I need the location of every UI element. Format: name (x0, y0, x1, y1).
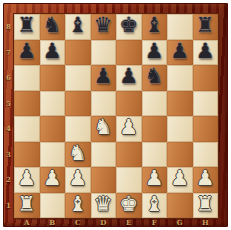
square-c3[interactable]: ♞ (65, 142, 91, 168)
piece-black-rook: ♜ (17, 15, 36, 36)
square-b8[interactable]: ♞ (40, 14, 66, 40)
square-f8[interactable]: ♝ (142, 14, 168, 40)
piece-white-pawn: ♟ (170, 168, 189, 189)
square-e8[interactable]: ♚ (116, 14, 142, 40)
piece-black-queen: ♛ (94, 15, 113, 36)
square-d3[interactable] (91, 142, 117, 168)
square-d8[interactable]: ♛ (91, 14, 117, 40)
file-label-f: F (142, 218, 168, 227)
square-h3[interactable] (193, 142, 219, 168)
square-c8[interactable]: ♝ (65, 14, 91, 40)
rank-label-6: 6 (3, 65, 14, 91)
square-b2[interactable]: ♟ (40, 167, 66, 193)
square-g8[interactable] (167, 14, 193, 40)
square-h1[interactable]: ♜ (193, 193, 219, 219)
rank-label-2: 2 (3, 167, 14, 193)
square-f6[interactable]: ♞ (142, 65, 168, 91)
square-d1[interactable]: ♛ (91, 193, 117, 219)
piece-white-rook: ♜ (196, 194, 215, 215)
rank-label-5: 5 (3, 91, 14, 117)
piece-white-bishop: ♝ (145, 194, 164, 215)
rank-label-8: 8 (3, 14, 14, 40)
square-f2[interactable]: ♟ (142, 167, 168, 193)
square-g4[interactable] (167, 116, 193, 142)
piece-black-king: ♚ (119, 15, 138, 36)
square-e7[interactable] (116, 40, 142, 66)
square-b6[interactable] (40, 65, 66, 91)
square-h5[interactable] (193, 91, 219, 117)
square-g2[interactable]: ♟ (167, 167, 193, 193)
piece-white-pawn: ♟ (43, 168, 62, 189)
square-h4[interactable] (193, 116, 219, 142)
square-c6[interactable] (65, 65, 91, 91)
square-c7[interactable] (65, 40, 91, 66)
piece-black-bishop: ♝ (68, 15, 87, 36)
square-a3[interactable] (14, 142, 40, 168)
piece-black-knight: ♞ (43, 15, 62, 36)
piece-white-rook: ♜ (17, 194, 36, 215)
rank-label-1: 1 (3, 193, 14, 219)
piece-white-pawn: ♟ (17, 168, 36, 189)
square-g1[interactable] (167, 193, 193, 219)
piece-black-pawn: ♟ (43, 41, 62, 62)
square-a2[interactable]: ♟ (14, 167, 40, 193)
square-g5[interactable] (167, 91, 193, 117)
piece-white-pawn: ♟ (196, 168, 215, 189)
square-g7[interactable]: ♟ (167, 40, 193, 66)
square-d7[interactable] (91, 40, 117, 66)
piece-white-knight: ♞ (68, 143, 87, 164)
square-e6[interactable]: ♟ (116, 65, 142, 91)
piece-white-knight: ♞ (94, 117, 113, 138)
piece-black-rook: ♜ (196, 15, 215, 36)
square-e2[interactable] (116, 167, 142, 193)
piece-black-pawn: ♟ (94, 66, 113, 87)
square-f3[interactable] (142, 142, 168, 168)
piece-black-pawn: ♟ (196, 41, 215, 62)
square-g3[interactable] (167, 142, 193, 168)
piece-white-pawn: ♟ (145, 168, 164, 189)
file-label-d: D (91, 218, 117, 227)
piece-black-bishop: ♝ (145, 15, 164, 36)
chess-board: ♜♞♝♛♚♝♜♟♟♟♟♟♟♟♞♞♟♞♟♟♟♟♟♟♜♝♛♚♝♜ (14, 14, 218, 218)
square-e5[interactable] (116, 91, 142, 117)
square-d4[interactable]: ♞ (91, 116, 117, 142)
square-b4[interactable] (40, 116, 66, 142)
square-c1[interactable]: ♝ (65, 193, 91, 219)
chess-diagram: 87654321 ♜♞♝♛♚♝♜♟♟♟♟♟♟♟♞♞♟♞♟♟♟♟♟♟♜♝♛♚♝♜ … (0, 0, 231, 230)
square-b7[interactable]: ♟ (40, 40, 66, 66)
square-c2[interactable]: ♟ (65, 167, 91, 193)
file-label-c: C (65, 218, 91, 227)
rank-label-4: 4 (3, 116, 14, 142)
square-b3[interactable] (40, 142, 66, 168)
rank-label-3: 3 (3, 142, 14, 168)
square-h8[interactable]: ♜ (193, 14, 219, 40)
square-b1[interactable] (40, 193, 66, 219)
square-a6[interactable] (14, 65, 40, 91)
piece-black-pawn: ♟ (119, 66, 138, 87)
square-e3[interactable] (116, 142, 142, 168)
piece-black-pawn: ♟ (145, 41, 164, 62)
square-a4[interactable] (14, 116, 40, 142)
rank-labels: 87654321 (3, 14, 14, 218)
piece-black-pawn: ♟ (170, 41, 189, 62)
square-g6[interactable] (167, 65, 193, 91)
square-h7[interactable]: ♟ (193, 40, 219, 66)
square-a1[interactable]: ♜ (14, 193, 40, 219)
square-h6[interactable] (193, 65, 219, 91)
piece-white-queen: ♛ (94, 194, 113, 215)
piece-white-bishop: ♝ (68, 194, 87, 215)
square-a5[interactable] (14, 91, 40, 117)
square-f7[interactable]: ♟ (142, 40, 168, 66)
square-e1[interactable]: ♚ (116, 193, 142, 219)
square-b5[interactable] (40, 91, 66, 117)
square-f4[interactable] (142, 116, 168, 142)
file-label-a: A (14, 218, 40, 227)
file-label-g: G (167, 218, 193, 227)
file-label-e: E (116, 218, 142, 227)
piece-black-knight: ♞ (145, 66, 164, 87)
square-c4[interactable] (65, 116, 91, 142)
square-e4[interactable]: ♟ (116, 116, 142, 142)
square-a8[interactable]: ♜ (14, 14, 40, 40)
square-d2[interactable] (91, 167, 117, 193)
piece-white-pawn: ♟ (119, 117, 138, 138)
square-d6[interactable]: ♟ (91, 65, 117, 91)
file-labels: ABCDEFGH (14, 218, 218, 227)
piece-white-king: ♚ (119, 194, 138, 215)
piece-black-pawn: ♟ (17, 41, 36, 62)
board-frame: 87654321 ♜♞♝♛♚♝♜♟♟♟♟♟♟♟♞♞♟♞♟♟♟♟♟♟♜♝♛♚♝♜ … (3, 3, 228, 227)
piece-white-pawn: ♟ (68, 168, 87, 189)
square-f1[interactable]: ♝ (142, 193, 168, 219)
square-d5[interactable] (91, 91, 117, 117)
square-f5[interactable] (142, 91, 168, 117)
square-a7[interactable]: ♟ (14, 40, 40, 66)
file-label-h: H (193, 218, 219, 227)
square-c5[interactable] (65, 91, 91, 117)
file-label-b: B (40, 218, 66, 227)
square-h2[interactable]: ♟ (193, 167, 219, 193)
rank-label-7: 7 (3, 40, 14, 66)
